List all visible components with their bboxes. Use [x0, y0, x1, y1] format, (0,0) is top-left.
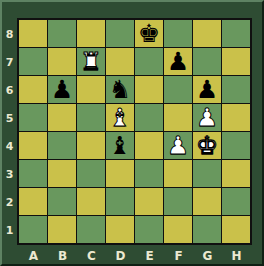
black-pawn: ♟ — [167, 48, 189, 75]
file-label-g: G — [193, 247, 222, 264]
square-b6[interactable]: ♟ — [48, 76, 76, 103]
square-c2[interactable] — [77, 188, 105, 215]
square-h3[interactable] — [222, 160, 250, 187]
square-b4[interactable] — [48, 132, 76, 159]
square-d4[interactable]: ♝ — [106, 132, 134, 159]
square-b5[interactable] — [48, 104, 76, 131]
square-a1[interactable] — [19, 216, 47, 243]
file-label-f: F — [164, 247, 193, 264]
white-rook: ♜ — [80, 48, 102, 75]
white-bishop: ♝ — [109, 104, 131, 131]
black-king: ♚ — [138, 20, 160, 47]
square-c3[interactable] — [77, 160, 105, 187]
square-c5[interactable] — [77, 104, 105, 131]
square-a7[interactable] — [19, 48, 47, 75]
square-e4[interactable] — [135, 132, 163, 159]
black-knight: ♞ — [109, 76, 131, 103]
square-a3[interactable] — [19, 160, 47, 187]
square-f1[interactable] — [164, 216, 192, 243]
white-pawn: ♟ — [167, 132, 189, 159]
square-g3[interactable] — [193, 160, 221, 187]
board-frame: 87654321 ♚♜♟♟♞♟♝♟♝♟♚ ABCDEFGH — [0, 0, 264, 266]
square-a8[interactable] — [19, 20, 47, 47]
square-g4[interactable]: ♚ — [193, 132, 221, 159]
file-label-e: E — [135, 247, 164, 264]
square-g5[interactable]: ♟ — [193, 104, 221, 131]
file-labels: ABCDEFGH — [19, 247, 251, 264]
square-d7[interactable] — [106, 48, 134, 75]
square-c7[interactable]: ♜ — [77, 48, 105, 75]
white-pawn: ♟ — [196, 104, 218, 131]
square-b7[interactable] — [48, 48, 76, 75]
chess-board: ♚♜♟♟♞♟♝♟♝♟♚ — [17, 18, 252, 245]
square-a5[interactable] — [19, 104, 47, 131]
rank-labels: 87654321 — [2, 20, 17, 244]
rank-label-2: 2 — [2, 188, 17, 216]
square-d1[interactable] — [106, 216, 134, 243]
file-label-b: B — [48, 247, 77, 264]
square-e8[interactable]: ♚ — [135, 20, 163, 47]
square-a4[interactable] — [19, 132, 47, 159]
square-f6[interactable] — [164, 76, 192, 103]
square-c4[interactable] — [77, 132, 105, 159]
square-c1[interactable] — [77, 216, 105, 243]
square-e7[interactable] — [135, 48, 163, 75]
square-h4[interactable] — [222, 132, 250, 159]
square-b3[interactable] — [48, 160, 76, 187]
black-bishop: ♝ — [109, 132, 131, 159]
rank-label-7: 7 — [2, 48, 17, 76]
square-f8[interactable] — [164, 20, 192, 47]
square-f5[interactable] — [164, 104, 192, 131]
square-d6[interactable]: ♞ — [106, 76, 134, 103]
square-g8[interactable] — [193, 20, 221, 47]
rank-label-8: 8 — [2, 20, 17, 48]
square-d5[interactable]: ♝ — [106, 104, 134, 131]
square-g6[interactable]: ♟ — [193, 76, 221, 103]
square-a2[interactable] — [19, 188, 47, 215]
rank-label-1: 1 — [2, 216, 17, 244]
square-h5[interactable] — [222, 104, 250, 131]
square-f2[interactable] — [164, 188, 192, 215]
rank-label-4: 4 — [2, 132, 17, 160]
square-d3[interactable] — [106, 160, 134, 187]
square-h1[interactable] — [222, 216, 250, 243]
file-label-d: D — [106, 247, 135, 264]
square-g7[interactable] — [193, 48, 221, 75]
square-b8[interactable] — [48, 20, 76, 47]
rank-label-3: 3 — [2, 160, 17, 188]
file-label-h: H — [222, 247, 251, 264]
file-label-c: C — [77, 247, 106, 264]
square-d8[interactable] — [106, 20, 134, 47]
square-e5[interactable] — [135, 104, 163, 131]
square-b2[interactable] — [48, 188, 76, 215]
square-c8[interactable] — [77, 20, 105, 47]
square-h2[interactable] — [222, 188, 250, 215]
square-b1[interactable] — [48, 216, 76, 243]
square-f4[interactable]: ♟ — [164, 132, 192, 159]
square-g2[interactable] — [193, 188, 221, 215]
square-e6[interactable] — [135, 76, 163, 103]
square-d2[interactable] — [106, 188, 134, 215]
square-f3[interactable] — [164, 160, 192, 187]
black-pawn: ♟ — [51, 76, 73, 103]
square-a6[interactable] — [19, 76, 47, 103]
square-g1[interactable] — [193, 216, 221, 243]
square-c6[interactable] — [77, 76, 105, 103]
square-e3[interactable] — [135, 160, 163, 187]
white-king: ♚ — [196, 132, 218, 159]
rank-label-5: 5 — [2, 104, 17, 132]
square-h8[interactable] — [222, 20, 250, 47]
rank-label-6: 6 — [2, 76, 17, 104]
black-pawn: ♟ — [196, 76, 218, 103]
square-f7[interactable]: ♟ — [164, 48, 192, 75]
file-label-a: A — [19, 247, 48, 264]
square-h6[interactable] — [222, 76, 250, 103]
square-e1[interactable] — [135, 216, 163, 243]
square-h7[interactable] — [222, 48, 250, 75]
square-e2[interactable] — [135, 188, 163, 215]
